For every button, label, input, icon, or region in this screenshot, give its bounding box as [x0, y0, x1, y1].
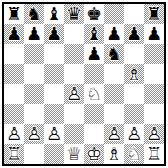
square-b4[interactable] [24, 84, 44, 104]
black-pawn-piece: ♟ [124, 24, 144, 44]
square-d1[interactable]: ♛♕ [64, 144, 84, 164]
piece-outline-glyph: ♖ [144, 144, 164, 164]
square-f3[interactable] [104, 104, 124, 124]
white-pawn-piece: ♟♙ [44, 124, 64, 144]
white-knight-piece: ♞♘ [124, 144, 144, 164]
black-knight-piece: ♞ [24, 4, 44, 24]
black-rook-piece: ♜ [4, 4, 24, 24]
square-e8[interactable]: ♚ [84, 4, 104, 24]
piece-outline-glyph: ♙ [64, 84, 84, 104]
square-b6[interactable] [24, 44, 44, 64]
piece-outline-glyph: ♙ [44, 124, 64, 144]
piece-outline-glyph: ♘ [84, 84, 104, 104]
square-e2[interactable] [84, 124, 104, 144]
square-g6[interactable] [124, 44, 144, 64]
piece-fill-glyph: ♚ [84, 4, 104, 24]
piece-fill-glyph: ♛ [64, 4, 84, 24]
white-pawn-piece: ♟♙ [64, 84, 84, 104]
square-b8[interactable]: ♞ [24, 4, 44, 24]
square-a8[interactable]: ♜ [4, 4, 24, 24]
white-pawn-piece: ♟♙ [144, 124, 164, 144]
piece-outline-glyph: ♘ [124, 144, 144, 164]
piece-fill-glyph: ♝ [84, 24, 104, 44]
square-h2[interactable]: ♟♙ [144, 124, 164, 144]
square-a1[interactable]: ♜♖ [4, 144, 24, 164]
white-pawn-piece: ♟♙ [24, 124, 44, 144]
piece-fill-glyph: ♟ [4, 24, 24, 44]
piece-outline-glyph: ♙ [124, 124, 144, 144]
square-h6[interactable] [144, 44, 164, 64]
piece-fill-glyph: ♝ [44, 4, 64, 24]
piece-outline-glyph: ♙ [104, 124, 124, 144]
white-pawn-piece: ♟♙ [4, 124, 24, 144]
piece-fill-glyph: ♟ [124, 24, 144, 44]
square-c3[interactable] [44, 104, 64, 124]
piece-fill-glyph: ♟ [84, 44, 104, 64]
white-bishop-piece: ♝♗ [124, 64, 144, 84]
square-g3[interactable] [124, 104, 144, 124]
square-b1[interactable] [24, 144, 44, 164]
piece-outline-glyph: ♖ [4, 144, 24, 164]
black-bishop-piece: ♝ [84, 24, 104, 44]
square-b3[interactable] [24, 104, 44, 124]
white-rook-piece: ♜♖ [144, 144, 164, 164]
white-knight-piece: ♞♘ [84, 84, 104, 104]
square-f1[interactable]: ♝♗ [104, 144, 124, 164]
square-a4[interactable] [4, 84, 24, 104]
piece-outline-glyph: ♗ [124, 64, 144, 84]
chess-board: ♜♞♝♛♚♜♟♟♟♝♟♟♟♟♞♝♗♟♙♞♘♟♙♟♙♟♙♟♙♟♙♟♙♜♖♛♕♚♔♝… [4, 4, 164, 164]
square-d7[interactable] [64, 24, 84, 44]
square-d2[interactable] [64, 124, 84, 144]
square-h5[interactable] [144, 64, 164, 84]
square-c6[interactable] [44, 44, 64, 64]
square-a5[interactable] [4, 64, 24, 84]
square-f2[interactable]: ♟♙ [104, 124, 124, 144]
white-pawn-piece: ♟♙ [104, 124, 124, 144]
square-c7[interactable]: ♟ [44, 24, 64, 44]
square-g4[interactable] [124, 84, 144, 104]
white-queen-piece: ♛♕ [64, 144, 84, 164]
square-h1[interactable]: ♜♖ [144, 144, 164, 164]
white-rook-piece: ♜♖ [4, 144, 24, 164]
black-king-piece: ♚ [84, 4, 104, 24]
piece-fill-glyph: ♟ [104, 24, 124, 44]
square-e3[interactable] [84, 104, 104, 124]
black-pawn-piece: ♟ [24, 24, 44, 44]
square-g7[interactable]: ♟ [124, 24, 144, 44]
piece-outline-glyph: ♔ [84, 144, 104, 164]
square-e4[interactable]: ♞♘ [84, 84, 104, 104]
piece-outline-glyph: ♕ [64, 144, 84, 164]
piece-fill-glyph: ♟ [44, 24, 64, 44]
square-c8[interactable]: ♝ [44, 4, 64, 24]
black-bishop-piece: ♝ [44, 4, 64, 24]
white-bishop-piece: ♝♗ [104, 144, 124, 164]
piece-outline-glyph: ♗ [104, 144, 124, 164]
square-c4[interactable] [44, 84, 64, 104]
square-h7[interactable]: ♟ [144, 24, 164, 44]
square-b7[interactable]: ♟ [24, 24, 44, 44]
square-f5[interactable] [104, 64, 124, 84]
black-pawn-piece: ♟ [4, 24, 24, 44]
square-c1[interactable] [44, 144, 64, 164]
black-rook-piece: ♜ [144, 4, 164, 24]
square-c5[interactable] [44, 64, 64, 84]
square-c2[interactable]: ♟♙ [44, 124, 64, 144]
piece-fill-glyph: ♞ [24, 4, 44, 24]
black-pawn-piece: ♟ [104, 24, 124, 44]
piece-outline-glyph: ♙ [144, 124, 164, 144]
black-knight-piece: ♞ [104, 44, 124, 64]
piece-fill-glyph: ♜ [4, 4, 24, 24]
square-b5[interactable] [24, 64, 44, 84]
square-e7[interactable]: ♝ [84, 24, 104, 44]
square-d8[interactable]: ♛ [64, 4, 84, 24]
square-e1[interactable]: ♚♔ [84, 144, 104, 164]
square-d3[interactable] [64, 104, 84, 124]
square-d5[interactable] [64, 64, 84, 84]
square-a2[interactable]: ♟♙ [4, 124, 24, 144]
square-b2[interactable]: ♟♙ [24, 124, 44, 144]
piece-fill-glyph: ♟ [144, 24, 164, 44]
square-e5[interactable] [84, 64, 104, 84]
square-f6[interactable]: ♞ [104, 44, 124, 64]
black-pawn-piece: ♟ [144, 24, 164, 44]
black-pawn-piece: ♟ [84, 44, 104, 64]
square-e6[interactable]: ♟ [84, 44, 104, 64]
square-g1[interactable]: ♞♘ [124, 144, 144, 164]
square-d4[interactable]: ♟♙ [64, 84, 84, 104]
black-pawn-piece: ♟ [44, 24, 64, 44]
square-f8[interactable] [104, 4, 124, 24]
black-queen-piece: ♛ [64, 4, 84, 24]
chess-diagram: ♜♞♝♛♚♜♟♟♟♝♟♟♟♟♞♝♗♟♙♞♘♟♙♟♙♟♙♟♙♟♙♟♙♜♖♛♕♚♔♝… [0, 0, 168, 168]
piece-fill-glyph: ♞ [104, 44, 124, 64]
square-h8[interactable]: ♜ [144, 4, 164, 24]
square-a6[interactable] [4, 44, 24, 64]
square-f7[interactable]: ♟ [104, 24, 124, 44]
square-h4[interactable] [144, 84, 164, 104]
piece-outline-glyph: ♙ [24, 124, 44, 144]
square-a3[interactable] [4, 104, 24, 124]
square-h3[interactable] [144, 104, 164, 124]
board-frame: ♜♞♝♛♚♜♟♟♟♝♟♟♟♟♞♝♗♟♙♞♘♟♙♟♙♟♙♟♙♟♙♟♙♜♖♛♕♚♔♝… [2, 2, 166, 166]
piece-fill-glyph: ♜ [144, 4, 164, 24]
square-d6[interactable] [64, 44, 84, 64]
square-g8[interactable] [124, 4, 144, 24]
piece-outline-glyph: ♙ [4, 124, 24, 144]
square-g5[interactable]: ♝♗ [124, 64, 144, 84]
white-king-piece: ♚♔ [84, 144, 104, 164]
square-f4[interactable] [104, 84, 124, 104]
square-a7[interactable]: ♟ [4, 24, 24, 44]
square-g2[interactable]: ♟♙ [124, 124, 144, 144]
white-pawn-piece: ♟♙ [124, 124, 144, 144]
piece-fill-glyph: ♟ [24, 24, 44, 44]
